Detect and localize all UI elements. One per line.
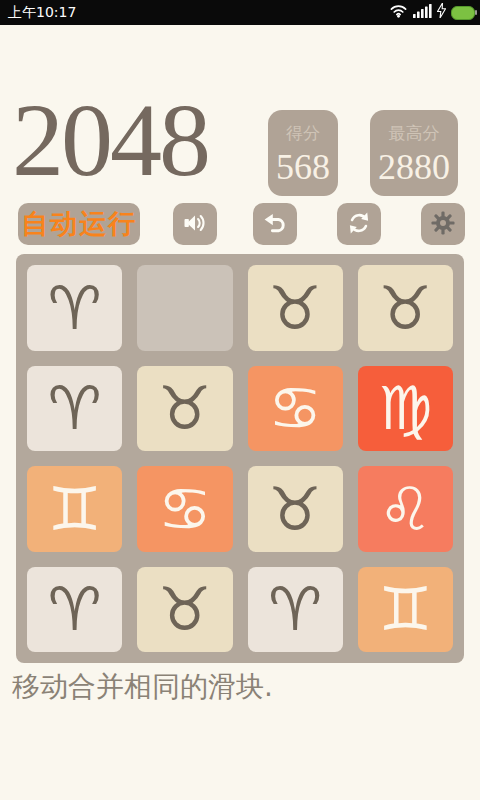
undo-button[interactable] <box>253 203 297 245</box>
score-label: 得分 <box>286 122 320 145</box>
hint-text: 移动合并相同的滑块. <box>12 668 273 706</box>
score-panel: 得分 568 <box>268 110 338 196</box>
charging-icon <box>437 3 446 22</box>
battery-icon <box>451 6 475 20</box>
score-value: 568 <box>276 149 330 185</box>
app-screen: 上午10:17 <box>0 0 480 800</box>
game-title: 2048 <box>12 88 208 192</box>
signal-icon <box>413 3 432 22</box>
sound-button[interactable] <box>173 203 217 245</box>
tile-taurus: ♉ <box>137 567 232 653</box>
empty-cell <box>137 265 232 351</box>
gear-icon <box>430 210 456 239</box>
tile-taurus: ♉ <box>137 366 232 452</box>
status-bar: 上午10:17 <box>0 0 480 25</box>
undo-icon <box>262 210 288 239</box>
tile-leo: ♌ <box>358 466 453 552</box>
tile-cancer: ♋ <box>137 466 232 552</box>
best-score-label: 最高分 <box>389 122 440 145</box>
tile-aries: ♈ <box>27 366 122 452</box>
refresh-button[interactable] <box>337 203 381 245</box>
best-score-panel: 最高分 2880 <box>370 110 458 196</box>
auto-run-button[interactable]: 自动运行 <box>18 203 140 245</box>
wifi-icon <box>389 3 408 22</box>
tile-aries: ♈ <box>27 265 122 351</box>
refresh-icon <box>346 210 372 239</box>
tile-taurus: ♉ <box>358 265 453 351</box>
tile-gemini: ♊ <box>358 567 453 653</box>
tile-cancer: ♋ <box>248 366 343 452</box>
tile-aries: ♈ <box>248 567 343 653</box>
tile-taurus: ♉ <box>248 466 343 552</box>
tile-taurus: ♉ <box>248 265 343 351</box>
status-icons <box>389 0 475 25</box>
best-score-value: 2880 <box>378 149 450 185</box>
tile-aries: ♈ <box>27 567 122 653</box>
tile-virgo: ♍ <box>358 366 453 452</box>
clock: 上午10:17 <box>8 0 76 25</box>
board[interactable]: ♈♉♉♈♉♋♍♊♋♉♌♈♉♈♊ <box>16 254 464 663</box>
speaker-icon <box>181 209 209 240</box>
settings-button[interactable] <box>421 203 465 245</box>
tile-gemini: ♊ <box>27 466 122 552</box>
